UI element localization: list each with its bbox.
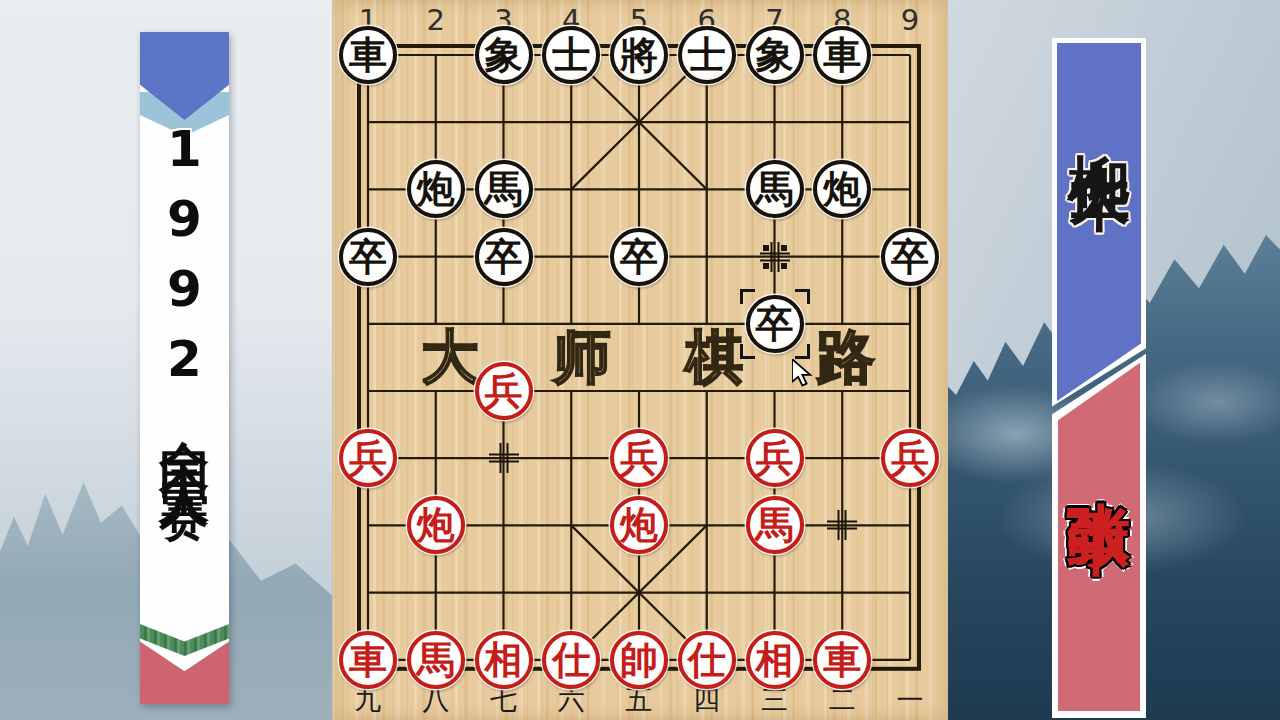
piece-black-卒[interactable]: 卒	[746, 295, 804, 353]
file-label-bottom-4: 六	[556, 686, 586, 713]
piece-black-卒[interactable]: 卒	[881, 228, 939, 286]
river-watermark-char: 大	[418, 328, 482, 386]
player-name-red: 张致中	[1067, 450, 1131, 468]
piece-red-炮[interactable]: 炮	[407, 496, 465, 554]
piece-black-馬[interactable]: 馬	[475, 160, 533, 218]
river-watermark-char: 师	[550, 328, 614, 386]
file-label-bottom-2: 八	[421, 686, 451, 713]
piece-red-兵[interactable]: 兵	[746, 429, 804, 487]
piece-red-車[interactable]: 車	[813, 631, 871, 689]
river-watermark-char: 路	[814, 328, 878, 386]
file-label-top-2: 2	[421, 6, 451, 35]
piece-black-卒[interactable]: 卒	[339, 228, 397, 286]
event-banner: 1992全国个人赛	[140, 32, 229, 704]
piece-red-兵[interactable]: 兵	[610, 429, 668, 487]
file-label-bottom-6: 四	[692, 686, 722, 713]
piece-red-炮[interactable]: 炮	[610, 496, 668, 554]
piece-black-卒[interactable]: 卒	[610, 228, 668, 286]
piece-black-車[interactable]: 車	[339, 26, 397, 84]
piece-black-車[interactable]: 車	[813, 26, 871, 84]
vacated-point-marker	[489, 443, 519, 473]
file-label-top-9: 9	[895, 6, 925, 35]
player-banner-red-field	[1058, 352, 1140, 711]
player-name-black: 柳大华	[1068, 104, 1130, 131]
player-banner-black-field	[1057, 43, 1141, 414]
last-move-origin-marker	[760, 242, 790, 272]
file-label-bottom-9: 一	[895, 686, 925, 713]
piece-black-象[interactable]: 象	[475, 26, 533, 84]
player-banner-red: 张致中	[1052, 352, 1146, 718]
piece-red-馬[interactable]: 馬	[407, 631, 465, 689]
piece-red-兵[interactable]: 兵	[881, 429, 939, 487]
river-watermark-char: 棋	[682, 328, 746, 386]
file-label-bottom-5: 五	[624, 686, 654, 713]
piece-red-兵[interactable]: 兵	[475, 362, 533, 420]
piece-black-卒[interactable]: 卒	[475, 228, 533, 286]
file-label-bottom-1: 九	[353, 686, 383, 713]
file-label-bottom-7: 三	[760, 686, 790, 713]
piece-red-仕[interactable]: 仕	[542, 631, 600, 689]
piece-black-馬[interactable]: 馬	[746, 160, 804, 218]
piece-black-士[interactable]: 士	[678, 26, 736, 84]
mouse-cursor	[792, 359, 818, 387]
piece-red-馬[interactable]: 馬	[746, 496, 804, 554]
piece-red-車[interactable]: 車	[339, 631, 397, 689]
piece-black-將[interactable]: 將	[610, 26, 668, 84]
event-banner-text: 1992全国个人赛	[160, 120, 210, 460]
piece-red-相[interactable]: 相	[746, 631, 804, 689]
file-label-bottom-3: 七	[489, 686, 519, 713]
vacated-point-marker	[827, 510, 857, 540]
piece-red-帥[interactable]: 帥	[610, 631, 668, 689]
piece-black-象[interactable]: 象	[746, 26, 804, 84]
file-label-bottom-8: 二	[827, 686, 857, 713]
piece-red-仕[interactable]: 仕	[678, 631, 736, 689]
xiangqi-board[interactable]: 123456789九八七六五四三二一大师棋路車象士將士象車炮馬馬炮卒卒卒卒卒兵兵…	[332, 0, 948, 720]
piece-red-兵[interactable]: 兵	[339, 429, 397, 487]
piece-black-炮[interactable]: 炮	[407, 160, 465, 218]
piece-red-相[interactable]: 相	[475, 631, 533, 689]
piece-black-士[interactable]: 士	[542, 26, 600, 84]
